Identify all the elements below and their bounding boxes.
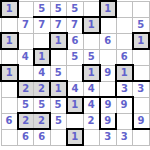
cell-r7c6[interactable]: 9 <box>100 113 117 129</box>
cell-r3c4[interactable]: 5 <box>67 49 84 65</box>
cell-r0c7[interactable] <box>116 1 133 17</box>
board-row-8: 66133 <box>1 129 149 145</box>
fillomino-board: 1555177771511661415561451912214433555149… <box>0 0 150 146</box>
cell-r0c6-given: 1 <box>100 1 117 17</box>
cell-r4c5-given: 1 <box>83 65 100 81</box>
cell-r5c4[interactable]: 4 <box>67 81 84 97</box>
cell-r8c6[interactable]: 3 <box>100 129 117 145</box>
cell-r2c0-given: 1 <box>1 33 18 49</box>
cell-r2c3-given: 1 <box>50 33 67 49</box>
board-row-1: 777715 <box>1 17 149 33</box>
cell-r3c7[interactable]: 6 <box>116 49 133 65</box>
cell-r2c1[interactable] <box>18 33 34 49</box>
cell-r7c2-given: 2 <box>34 113 51 129</box>
cell-r5c7[interactable]: 3 <box>116 81 133 97</box>
cell-r3c5[interactable]: 5 <box>83 49 100 65</box>
cell-r0c3[interactable]: 5 <box>50 1 67 17</box>
cell-r8c7[interactable]: 3 <box>116 129 133 145</box>
cell-r8c1[interactable]: 6 <box>18 129 34 145</box>
board-row-4: 145191 <box>1 65 149 81</box>
cell-r6c6[interactable]: 9 <box>100 97 117 113</box>
cell-r5c2-given: 2 <box>34 81 51 97</box>
cell-r4c0-given: 1 <box>1 65 18 81</box>
cell-r6c0[interactable] <box>1 97 18 113</box>
cell-r8c3[interactable] <box>50 129 67 145</box>
cell-r6c2[interactable]: 5 <box>34 97 51 113</box>
cell-r6c1[interactable]: 5 <box>18 97 34 113</box>
cell-r3c1[interactable]: 4 <box>18 49 34 65</box>
cell-r7c4[interactable] <box>67 113 84 129</box>
cell-r1c5-given: 1 <box>83 17 100 33</box>
cell-r1c6[interactable] <box>100 17 117 33</box>
cell-r0c4[interactable]: 5 <box>67 1 84 17</box>
board-row-6: 5551499 <box>1 97 149 113</box>
cell-r1c7[interactable] <box>116 17 133 33</box>
cell-r3c2-given: 1 <box>34 49 51 65</box>
cell-r2c8-given: 1 <box>133 33 150 49</box>
cell-r5c8[interactable]: 3 <box>133 81 150 97</box>
cell-r7c5[interactable]: 2 <box>83 113 100 129</box>
cell-r1c8[interactable]: 5 <box>133 17 150 33</box>
cell-r5c5[interactable]: 4 <box>83 81 100 97</box>
board-row-5: 2214433 <box>1 81 149 97</box>
board-row-0: 15551 <box>1 1 149 17</box>
cell-r2c6[interactable]: 6 <box>100 33 117 49</box>
cell-r6c3[interactable]: 5 <box>50 97 67 113</box>
cell-r1c4[interactable]: 7 <box>67 17 84 33</box>
cell-r3c8[interactable] <box>133 49 150 65</box>
cell-r2c4[interactable]: 6 <box>67 33 84 49</box>
cell-r0c5[interactable] <box>83 1 100 17</box>
cell-r8c4-given: 1 <box>67 129 84 145</box>
cell-r4c1[interactable] <box>18 65 34 81</box>
cell-r5c3-given: 1 <box>50 81 67 97</box>
cell-r7c0[interactable]: 6 <box>1 113 18 129</box>
cell-r6c5[interactable]: 4 <box>83 97 100 113</box>
cell-r7c1-given: 2 <box>18 113 34 129</box>
cell-r0c0-given: 1 <box>1 1 18 17</box>
cell-r0c1[interactable] <box>18 1 34 17</box>
cell-r8c2[interactable]: 6 <box>34 129 51 145</box>
cell-r5c1-given: 2 <box>18 81 34 97</box>
board-row-7: 6225299 <box>1 113 149 129</box>
cell-r8c0[interactable] <box>1 129 18 145</box>
cell-r6c4-given: 1 <box>67 97 84 113</box>
cell-r5c0[interactable] <box>1 81 18 97</box>
cell-r7c3[interactable]: 5 <box>50 113 67 129</box>
board-row-2: 11661 <box>1 33 149 49</box>
cell-r4c2[interactable]: 4 <box>34 65 51 81</box>
cell-r7c8[interactable]: 9 <box>133 113 150 129</box>
cell-r1c3[interactable]: 7 <box>50 17 67 33</box>
cell-r8c8[interactable] <box>133 129 150 145</box>
cell-r7c7[interactable] <box>116 113 133 129</box>
cell-r2c7[interactable] <box>116 33 133 49</box>
cell-r3c3[interactable] <box>50 49 67 65</box>
board-row-3: 41556 <box>1 49 149 65</box>
cell-r3c0[interactable] <box>1 49 18 65</box>
cell-r1c1[interactable]: 7 <box>18 17 34 33</box>
puzzle-area: 1555177771511661415561451912214433555149… <box>0 0 150 150</box>
cell-r4c7-given: 1 <box>116 65 133 81</box>
cell-r4c3[interactable]: 5 <box>50 65 67 81</box>
cell-r1c0[interactable] <box>1 17 18 33</box>
cell-r4c8[interactable] <box>133 65 150 81</box>
cell-r4c4[interactable] <box>67 65 84 81</box>
cell-r4c6[interactable]: 9 <box>100 65 117 81</box>
cell-r8c5[interactable] <box>83 129 100 145</box>
cell-r0c8[interactable] <box>133 1 150 17</box>
cell-r2c5[interactable] <box>83 33 100 49</box>
cell-r5c6[interactable] <box>100 81 117 97</box>
cell-r1c2[interactable]: 7 <box>34 17 51 33</box>
cell-r0c2[interactable]: 5 <box>34 1 51 17</box>
cell-r6c7[interactable]: 9 <box>116 97 133 113</box>
cell-r3c6[interactable] <box>100 49 117 65</box>
cell-r6c8[interactable] <box>133 97 150 113</box>
cell-r2c2[interactable] <box>34 33 51 49</box>
